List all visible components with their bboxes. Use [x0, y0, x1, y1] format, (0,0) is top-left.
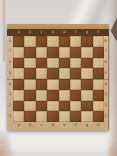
square-g8	[81, 36, 92, 47]
coordinate-label: 7	[104, 50, 106, 54]
square-g6	[81, 58, 92, 69]
coordinate-label: 8	[9, 40, 11, 44]
square-g3	[81, 90, 92, 101]
photo-of-chessboard: abcdefgh abcdefgh 87654321 87654321	[0, 0, 117, 156]
square-b5	[24, 68, 35, 79]
folding-seam	[7, 79, 109, 80]
coordinate-label: 8	[104, 40, 106, 44]
square-d1	[47, 111, 58, 122]
square-g1	[81, 111, 92, 122]
board-frame-top	[7, 29, 109, 36]
square-f3	[70, 90, 81, 101]
square-h2	[93, 101, 104, 112]
square-c3	[36, 90, 47, 101]
square-b2	[24, 101, 35, 112]
square-d6	[47, 58, 58, 69]
square-c7	[36, 47, 47, 58]
coordinate-label: c	[40, 124, 42, 128]
square-d2	[47, 101, 58, 112]
coordinate-label: 4	[9, 83, 11, 87]
square-h1	[93, 111, 104, 122]
square-a7	[13, 47, 24, 58]
coordinate-label: 2	[104, 104, 106, 108]
square-f7	[70, 47, 81, 58]
square-c5	[36, 68, 47, 79]
coordinate-label: h	[97, 124, 99, 128]
coordinate-label: 2	[9, 104, 11, 108]
square-h6	[93, 58, 104, 69]
square-g7	[81, 47, 92, 58]
coordinate-label: 5	[104, 72, 106, 76]
square-d8	[47, 36, 58, 47]
square-e3	[59, 90, 70, 101]
square-h8	[93, 36, 104, 47]
coordinate-label: 3	[104, 93, 106, 97]
square-e8	[59, 36, 70, 47]
square-d3	[47, 90, 58, 101]
square-e2	[59, 101, 70, 112]
square-f5	[70, 68, 81, 79]
square-c4	[36, 79, 47, 90]
square-c6	[36, 58, 47, 69]
chess-board: abcdefgh abcdefgh 87654321 87654321	[7, 24, 109, 130]
square-h3	[93, 90, 104, 101]
coordinate-label: e	[63, 124, 65, 128]
square-e6	[59, 58, 70, 69]
coordinate-label: 7	[9, 50, 11, 54]
square-a5	[13, 68, 24, 79]
coordinate-label: d	[52, 124, 54, 128]
coordinate-label: f	[75, 124, 77, 128]
square-a2	[13, 101, 24, 112]
square-h4	[93, 79, 104, 90]
square-c2	[36, 101, 47, 112]
board-frame: abcdefgh abcdefgh 87654321 87654321	[7, 29, 109, 130]
square-b1	[24, 111, 35, 122]
coordinate-label: 4	[104, 83, 106, 87]
square-b4	[24, 79, 35, 90]
square-a4	[13, 79, 24, 90]
square-b8	[24, 36, 35, 47]
square-d7	[47, 47, 58, 58]
square-h5	[93, 68, 104, 79]
coordinate-label: a	[18, 124, 20, 128]
square-f6	[70, 58, 81, 69]
coordinate-label: 3	[9, 93, 11, 97]
coordinate-label: 1	[9, 115, 11, 119]
square-a1	[13, 111, 24, 122]
square-e5	[59, 68, 70, 79]
square-b3	[24, 90, 35, 101]
square-a8	[13, 36, 24, 47]
square-b6	[24, 58, 35, 69]
square-b7	[24, 47, 35, 58]
coordinate-label: g	[86, 124, 88, 128]
file-labels-bottom: abcdefgh	[13, 123, 104, 129]
coordinate-label: 6	[104, 61, 106, 65]
square-d4	[47, 79, 58, 90]
coordinate-label: 5	[9, 72, 11, 76]
coordinate-label: 6	[9, 61, 11, 65]
square-g2	[81, 101, 92, 112]
coordinate-label: 1	[104, 115, 106, 119]
square-f1	[70, 111, 81, 122]
square-f8	[70, 36, 81, 47]
square-f2	[70, 101, 81, 112]
fabric-fold-left	[2, 0, 6, 62]
square-g5	[81, 68, 92, 79]
square-e4	[59, 79, 70, 90]
square-a6	[13, 58, 24, 69]
square-a3	[13, 90, 24, 101]
square-e7	[59, 47, 70, 58]
coordinate-label: b	[29, 124, 31, 128]
square-d5	[47, 68, 58, 79]
square-f4	[70, 79, 81, 90]
square-c1	[36, 111, 47, 122]
square-e1	[59, 111, 70, 122]
square-h7	[93, 47, 104, 58]
square-c8	[36, 36, 47, 47]
fabric-highlight	[10, 132, 107, 150]
square-g4	[81, 79, 92, 90]
